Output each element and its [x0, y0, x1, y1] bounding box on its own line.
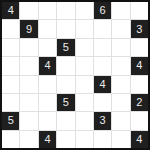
clue-cell-r7c1: 5 [2, 112, 19, 129]
empty-cell-r2c5[interactable] [76, 20, 93, 37]
empty-cell-r3c1[interactable] [2, 39, 19, 56]
empty-cell-r3c7[interactable] [112, 39, 129, 56]
empty-cell-r7c5[interactable] [76, 112, 93, 129]
empty-cell-r6c5[interactable] [76, 94, 93, 111]
clue-cell-r2c8: 3 [131, 20, 148, 37]
clue-cell-r7c6: 3 [94, 112, 111, 129]
clue-cell-r4c8: 4 [131, 57, 148, 74]
puzzle-window: 46935444525344 [0, 0, 150, 150]
empty-cell-r3c5[interactable] [76, 39, 93, 56]
empty-cell-r5c5[interactable] [76, 76, 93, 93]
empty-cell-r8c5[interactable] [76, 131, 93, 148]
empty-cell-r3c6[interactable] [94, 39, 111, 56]
empty-cell-r2c7[interactable] [112, 20, 129, 37]
empty-cell-r7c4[interactable] [57, 112, 74, 129]
empty-cell-r8c1[interactable] [2, 131, 19, 148]
empty-cell-r4c6[interactable] [94, 57, 111, 74]
empty-cell-r6c6[interactable] [94, 94, 111, 111]
empty-cell-r1c4[interactable] [57, 2, 74, 19]
clue-cell-r2c2: 9 [20, 20, 37, 37]
empty-cell-r6c3[interactable] [39, 94, 56, 111]
empty-cell-r6c7[interactable] [112, 94, 129, 111]
empty-cell-r2c4[interactable] [57, 20, 74, 37]
empty-cell-r5c2[interactable] [20, 76, 37, 93]
empty-cell-r2c1[interactable] [2, 20, 19, 37]
empty-cell-r5c7[interactable] [112, 76, 129, 93]
clue-cell-r6c4: 5 [57, 94, 74, 111]
empty-cell-r5c4[interactable] [57, 76, 74, 93]
clue-cell-r3c4: 5 [57, 39, 74, 56]
empty-cell-r4c5[interactable] [76, 57, 93, 74]
empty-cell-r5c8[interactable] [131, 76, 148, 93]
empty-cell-r5c1[interactable] [2, 76, 19, 93]
clue-cell-r1c6: 6 [94, 2, 111, 19]
empty-cell-r1c7[interactable] [112, 2, 129, 19]
empty-cell-r1c2[interactable] [20, 2, 37, 19]
empty-cell-r7c2[interactable] [20, 112, 37, 129]
empty-cell-r2c3[interactable] [39, 20, 56, 37]
empty-cell-r1c3[interactable] [39, 2, 56, 19]
empty-cell-r6c1[interactable] [2, 94, 19, 111]
empty-cell-r3c8[interactable] [131, 39, 148, 56]
empty-cell-r4c1[interactable] [2, 57, 19, 74]
empty-cell-r3c3[interactable] [39, 39, 56, 56]
empty-cell-r8c2[interactable] [20, 131, 37, 148]
empty-cell-r8c7[interactable] [112, 131, 129, 148]
empty-cell-r6c2[interactable] [20, 94, 37, 111]
clue-cell-r8c8: 4 [131, 131, 148, 148]
kuromasu-board: 46935444525344 [0, 0, 150, 150]
clue-cell-r4c3: 4 [39, 57, 56, 74]
empty-cell-r1c5[interactable] [76, 2, 93, 19]
empty-cell-r7c8[interactable] [131, 112, 148, 129]
empty-cell-r8c4[interactable] [57, 131, 74, 148]
empty-cell-r4c4[interactable] [57, 57, 74, 74]
clue-cell-r6c8: 2 [131, 94, 148, 111]
empty-cell-r2c6[interactable] [94, 20, 111, 37]
clue-cell-r1c1: 4 [2, 2, 19, 19]
clue-cell-r8c3: 4 [39, 131, 56, 148]
empty-cell-r7c7[interactable] [112, 112, 129, 129]
empty-cell-r1c8[interactable] [131, 2, 148, 19]
empty-cell-r4c2[interactable] [20, 57, 37, 74]
empty-cell-r8c6[interactable] [94, 131, 111, 148]
empty-cell-r7c3[interactable] [39, 112, 56, 129]
empty-cell-r5c3[interactable] [39, 76, 56, 93]
clue-cell-r5c6: 4 [94, 76, 111, 93]
empty-cell-r4c7[interactable] [112, 57, 129, 74]
empty-cell-r3c2[interactable] [20, 39, 37, 56]
